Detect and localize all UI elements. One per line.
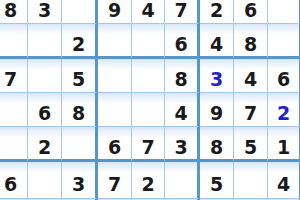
given-digit: 7	[174, 1, 187, 20]
cell-r5c7: 9	[200, 93, 234, 127]
cell-r6c6: 3	[165, 127, 200, 162]
given-digit: 7	[244, 104, 257, 123]
given-digit: 2	[72, 35, 85, 54]
cell-r8c6[interactable]	[165, 199, 200, 200]
given-digit: 5	[72, 70, 85, 89]
cell-r3c3: 2	[62, 24, 98, 59]
given-digit: 6	[38, 104, 51, 123]
cell-r7c4: 7	[98, 162, 132, 199]
cell-r7c3: 3	[62, 162, 98, 199]
cell-r4c3: 5	[62, 59, 98, 93]
given-digit: 8	[4, 1, 17, 20]
cell-r2c5: 4	[132, 0, 165, 24]
cell-r4c2[interactable]	[28, 59, 62, 93]
given-digit: 3	[72, 175, 85, 194]
given-digit: 6	[277, 70, 290, 89]
given-digit: 4	[174, 104, 187, 123]
cell-r6c8: 5	[234, 127, 268, 162]
cell-r8c1[interactable]	[0, 199, 28, 200]
given-digit: 8	[244, 35, 257, 54]
given-digit: 8	[174, 70, 187, 89]
cell-r5c6: 4	[165, 93, 200, 127]
given-digit: 4	[210, 35, 223, 54]
cell-r4c5[interactable]	[132, 59, 165, 93]
cell-r8c3[interactable]	[62, 199, 98, 200]
cell-r3c8: 8	[234, 24, 268, 59]
cell-r4c8: 4	[234, 59, 268, 93]
given-digit: 9	[210, 104, 223, 123]
cell-r7c7: 5	[200, 162, 234, 199]
sudoku-board: 839472626487583466849722673851637254	[0, 0, 300, 200]
cell-r3c1[interactable]	[0, 24, 28, 59]
cell-r5c5[interactable]	[132, 93, 165, 127]
cell-r8c4[interactable]	[98, 199, 132, 200]
cell-r8c5[interactable]	[132, 199, 165, 200]
given-digit: 2	[210, 1, 223, 20]
given-digit: 7	[4, 70, 17, 89]
cell-r4c4[interactable]	[98, 59, 132, 93]
cell-r3c5[interactable]	[132, 24, 165, 59]
sudoku-app: 839472626487583466849722673851637254	[0, 0, 300, 200]
cell-r7c2[interactable]	[28, 162, 62, 199]
given-digit: 8	[210, 138, 223, 157]
cell-r2c8: 6	[234, 0, 268, 24]
given-digit: 4	[277, 175, 290, 194]
cell-r4c1: 7	[0, 59, 28, 93]
cell-r6c5: 7	[132, 127, 165, 162]
cell-r6c2: 2	[28, 127, 62, 162]
cell-r3c2[interactable]	[28, 24, 62, 59]
cell-r3c4[interactable]	[98, 24, 132, 59]
cell-r7c8[interactable]	[234, 162, 268, 199]
cell-r6c7: 8	[200, 127, 234, 162]
given-digit: 4	[244, 70, 257, 89]
given-digit: 7	[108, 175, 121, 194]
cell-r7c5: 2	[132, 162, 165, 199]
cell-r5c1[interactable]	[0, 93, 28, 127]
cell-r4c6: 8	[165, 59, 200, 93]
given-digit: 3	[38, 1, 51, 20]
cell-r8c9[interactable]	[268, 199, 300, 200]
given-digit: 2	[38, 138, 51, 157]
given-digit: 3	[174, 138, 187, 157]
cell-r2c2: 3	[28, 0, 62, 24]
given-digit: 6	[244, 1, 257, 20]
cell-r2c9[interactable]	[268, 0, 300, 24]
given-digit: 5	[210, 175, 223, 194]
cell-r2c6: 7	[165, 0, 200, 24]
cell-r5c9[interactable]: 2	[268, 93, 300, 127]
cell-r4c9: 6	[268, 59, 300, 93]
cell-r3c6: 6	[165, 24, 200, 59]
entered-digit: 3	[210, 70, 223, 89]
cell-r8c8[interactable]	[234, 199, 268, 200]
cell-r5c2: 6	[28, 93, 62, 127]
cell-r8c2[interactable]	[28, 199, 62, 200]
cell-r8c7[interactable]	[200, 199, 234, 200]
cell-r6c3[interactable]	[62, 127, 98, 162]
given-digit: 5	[244, 138, 257, 157]
given-digit: 1	[277, 138, 290, 157]
cell-r5c4[interactable]	[98, 93, 132, 127]
given-digit: 6	[108, 138, 121, 157]
cell-r7c6[interactable]	[165, 162, 200, 199]
given-digit: 2	[141, 175, 154, 194]
cell-r5c3: 8	[62, 93, 98, 127]
given-digit: 8	[72, 104, 85, 123]
cell-r7c9: 4	[268, 162, 300, 199]
cell-r7c1: 6	[0, 162, 28, 199]
cell-r2c3[interactable]	[62, 0, 98, 24]
cell-r2c7: 2	[200, 0, 234, 24]
cell-r6c4: 6	[98, 127, 132, 162]
cell-r2c4: 9	[98, 0, 132, 24]
given-digit: 4	[141, 1, 154, 20]
given-digit: 6	[174, 35, 187, 54]
cell-r6c9: 1	[268, 127, 300, 162]
entered-digit: 2	[277, 104, 290, 123]
given-digit: 7	[141, 138, 154, 157]
cell-r6c1[interactable]	[0, 127, 28, 162]
cell-r4c7[interactable]: 3	[200, 59, 234, 93]
cell-r3c9[interactable]	[268, 24, 300, 59]
cell-r2c1: 8	[0, 0, 28, 24]
given-digit: 6	[4, 175, 17, 194]
given-digit: 9	[108, 1, 121, 20]
cell-r3c7: 4	[200, 24, 234, 59]
cell-r5c8: 7	[234, 93, 268, 127]
